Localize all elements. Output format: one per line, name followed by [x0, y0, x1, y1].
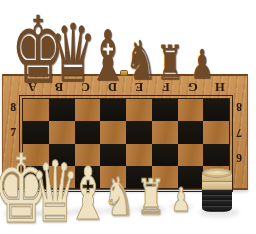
light-square [75, 99, 101, 121]
dark-square [178, 121, 204, 143]
checkers-stack [202, 168, 232, 214]
dark-knight-piece: ♞ [125, 34, 157, 88]
dark-rook-piece: ♜ [156, 39, 184, 86]
chess-set-product-photo: ABCDEFGH 87 876 ♚♛♝♞♜♟ ♚♛♝♞♜♟ [0, 0, 256, 234]
dark-square [75, 121, 101, 143]
dark-square [100, 99, 126, 121]
dark-checker-disc [202, 207, 232, 213]
right-rank-label-8: 8 [233, 100, 245, 112]
checker-top-face [202, 168, 232, 178]
right-rank-label-6: 6 [233, 151, 245, 163]
light-rook-piece: ♜ [137, 173, 166, 222]
dark-square [152, 144, 178, 166]
checkers-discs [202, 173, 232, 212]
dark-square [203, 99, 229, 121]
right-rank-label-7: 7 [233, 126, 245, 138]
dark-bishop-piece: ♝ [87, 21, 128, 91]
light-pawn-piece: ♟ [171, 183, 191, 216]
dark-square [203, 144, 229, 166]
light-checker-disc [202, 182, 232, 191]
light-knight-piece: ♞ [103, 170, 134, 223]
dark-square [152, 99, 178, 121]
light-square [126, 144, 152, 166]
dark-square [126, 121, 152, 143]
light-square [126, 99, 152, 121]
file-letter-h: H [215, 80, 225, 93]
light-square [100, 121, 126, 143]
light-square [178, 99, 204, 121]
dark-pawn-piece: ♟ [190, 44, 214, 84]
light-square [152, 121, 178, 143]
light-square [203, 121, 229, 143]
light-square [178, 144, 204, 166]
light-square [49, 121, 75, 143]
left-rank-label-8: 8 [7, 102, 19, 114]
